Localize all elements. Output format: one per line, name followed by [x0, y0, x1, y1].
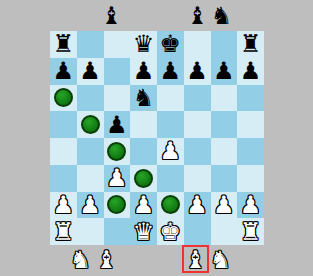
square-f4[interactable]	[184, 138, 211, 165]
square-d8[interactable]: ♛	[130, 31, 157, 58]
square-e1[interactable]: ♚	[157, 218, 184, 245]
square-g4[interactable]	[211, 138, 238, 165]
white-rook: ♜	[237, 218, 264, 245]
black-king: ♚	[157, 31, 184, 58]
square-h4[interactable]	[237, 138, 264, 165]
legal-move-marker	[107, 195, 126, 214]
square-f5[interactable]	[184, 111, 211, 138]
black-pawn: ♟	[104, 111, 131, 138]
square-g1[interactable]	[211, 218, 238, 245]
square-e3[interactable]	[157, 165, 184, 192]
white-bishop-offboard[interactable]: ♝	[93, 246, 120, 273]
black-pawn: ♟	[184, 58, 211, 85]
chess-game-window: ♜♛♚♜♟♟♟♟♟♟♟♞♟♟♟♟♟♟♟♟♟♜♛♚♜ ♝♝♞ ♞♝♝♞	[0, 0, 313, 276]
black-rook: ♜	[50, 31, 77, 58]
white-pawn: ♟	[77, 192, 104, 219]
square-f1[interactable]	[184, 218, 211, 245]
square-a6[interactable]	[50, 85, 77, 112]
black-knight: ♞	[130, 85, 157, 112]
white-queen: ♛	[130, 218, 157, 245]
square-a4[interactable]	[50, 138, 77, 165]
square-d3[interactable]	[130, 165, 157, 192]
square-h1[interactable]: ♜	[237, 218, 264, 245]
black-rook: ♜	[237, 31, 264, 58]
black-pawn: ♟	[211, 58, 238, 85]
square-g3[interactable]	[211, 165, 238, 192]
square-c2[interactable]	[104, 192, 131, 219]
black-knight-offboard[interactable]: ♞	[208, 2, 235, 29]
square-f8[interactable]	[184, 31, 211, 58]
square-a2[interactable]: ♟	[50, 192, 77, 219]
square-g2[interactable]: ♟	[211, 192, 238, 219]
square-d1[interactable]: ♛	[130, 218, 157, 245]
square-e5[interactable]	[157, 111, 184, 138]
square-a7[interactable]: ♟	[50, 58, 77, 85]
square-b1[interactable]	[77, 218, 104, 245]
square-a5[interactable]	[50, 111, 77, 138]
white-pawn: ♟	[130, 192, 157, 219]
square-e8[interactable]: ♚	[157, 31, 184, 58]
square-c3[interactable]: ♟	[104, 165, 131, 192]
square-h5[interactable]	[237, 111, 264, 138]
square-e6[interactable]	[157, 85, 184, 112]
white-king: ♚	[157, 218, 184, 245]
square-b6[interactable]	[77, 85, 104, 112]
square-b2[interactable]: ♟	[77, 192, 104, 219]
square-b5[interactable]	[77, 111, 104, 138]
legal-move-marker	[54, 88, 73, 107]
square-f6[interactable]	[184, 85, 211, 112]
square-b4[interactable]	[77, 138, 104, 165]
square-e2[interactable]	[157, 192, 184, 219]
square-d4[interactable]	[130, 138, 157, 165]
white-knight-offboard[interactable]: ♞	[207, 246, 234, 273]
white-rook: ♜	[50, 218, 77, 245]
black-bishop-offboard[interactable]: ♝	[98, 2, 125, 29]
black-pawn: ♟	[77, 58, 104, 85]
white-pawn: ♟	[211, 192, 238, 219]
legal-move-marker	[107, 142, 126, 161]
black-pawn: ♟	[130, 58, 157, 85]
white-bishop-offboard[interactable]: ♝	[182, 246, 209, 273]
square-c8[interactable]	[104, 31, 131, 58]
square-f3[interactable]	[184, 165, 211, 192]
square-h2[interactable]: ♟	[237, 192, 264, 219]
black-bishop-offboard[interactable]: ♝	[184, 2, 211, 29]
square-d7[interactable]: ♟	[130, 58, 157, 85]
square-h8[interactable]: ♜	[237, 31, 264, 58]
white-pawn: ♟	[104, 165, 131, 192]
square-d5[interactable]	[130, 111, 157, 138]
square-h7[interactable]: ♟	[237, 58, 264, 85]
square-d2[interactable]: ♟	[130, 192, 157, 219]
black-pawn: ♟	[157, 58, 184, 85]
square-c6[interactable]	[104, 85, 131, 112]
square-h3[interactable]	[237, 165, 264, 192]
square-c7[interactable]	[104, 58, 131, 85]
legal-move-marker	[134, 169, 153, 188]
square-a3[interactable]	[50, 165, 77, 192]
legal-move-marker	[161, 195, 180, 214]
square-b7[interactable]: ♟	[77, 58, 104, 85]
chess-board: ♜♛♚♜♟♟♟♟♟♟♟♞♟♟♟♟♟♟♟♟♟♜♛♚♜	[50, 31, 264, 245]
square-a1[interactable]: ♜	[50, 218, 77, 245]
square-e4[interactable]: ♟	[157, 138, 184, 165]
square-d6[interactable]: ♞	[130, 85, 157, 112]
square-c5[interactable]: ♟	[104, 111, 131, 138]
square-e7[interactable]: ♟	[157, 58, 184, 85]
square-g5[interactable]	[211, 111, 238, 138]
square-a8[interactable]: ♜	[50, 31, 77, 58]
white-pawn: ♟	[184, 192, 211, 219]
black-pawn: ♟	[50, 58, 77, 85]
square-c4[interactable]	[104, 138, 131, 165]
white-pawn: ♟	[50, 192, 77, 219]
square-b8[interactable]	[77, 31, 104, 58]
white-pawn: ♟	[157, 138, 184, 165]
black-pawn: ♟	[237, 58, 264, 85]
black-queen: ♛	[130, 31, 157, 58]
legal-move-marker	[81, 115, 100, 134]
square-g7[interactable]: ♟	[211, 58, 238, 85]
square-f2[interactable]: ♟	[184, 192, 211, 219]
square-c1[interactable]	[104, 218, 131, 245]
square-h6[interactable]	[237, 85, 264, 112]
square-b3[interactable]	[77, 165, 104, 192]
white-pawn: ♟	[237, 192, 264, 219]
square-f7[interactable]: ♟	[184, 58, 211, 85]
white-knight-offboard[interactable]: ♞	[67, 246, 94, 273]
square-g8[interactable]	[211, 31, 238, 58]
square-g6[interactable]	[211, 85, 238, 112]
